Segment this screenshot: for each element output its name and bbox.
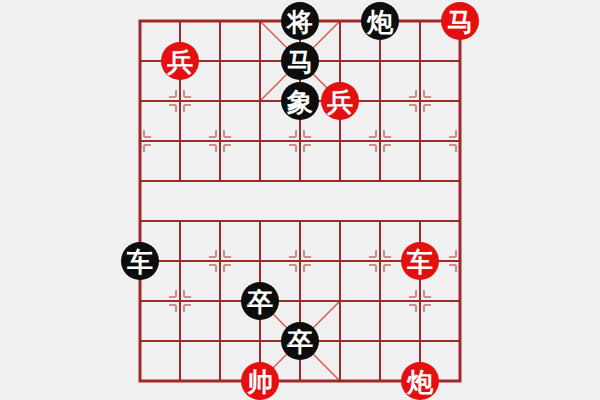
black-general[interactable]: 将 [281, 2, 319, 40]
piece-glyph: 炮 [407, 369, 433, 395]
piece-glyph: 象 [287, 89, 313, 115]
black-soldier[interactable]: 卒 [241, 282, 279, 320]
black-horse[interactable]: 马 [281, 42, 319, 80]
red-soldier[interactable]: 兵 [321, 82, 359, 120]
pieces-layer: 将炮马兵马象兵车车卒卒帅炮 [0, 0, 600, 400]
piece-glyph: 卒 [287, 329, 313, 355]
piece-glyph: 炮 [367, 9, 393, 35]
xiangqi-app: 将炮马兵马象兵车车卒卒帅炮 [0, 0, 600, 400]
black-elephant[interactable]: 象 [281, 82, 319, 120]
red-cannon[interactable]: 炮 [401, 362, 439, 400]
red-soldier[interactable]: 兵 [161, 42, 199, 80]
piece-glyph: 马 [287, 49, 313, 75]
piece-glyph: 卒 [247, 289, 273, 315]
piece-glyph: 车 [407, 249, 433, 275]
piece-glyph: 帅 [247, 369, 273, 395]
black-chariot[interactable]: 车 [121, 242, 159, 280]
piece-glyph: 马 [447, 9, 473, 35]
piece-glyph: 兵 [167, 49, 193, 75]
red-general[interactable]: 帅 [241, 362, 279, 400]
piece-glyph: 兵 [327, 89, 353, 115]
red-horse[interactable]: 马 [441, 2, 479, 40]
piece-glyph: 车 [127, 249, 153, 275]
red-chariot[interactable]: 车 [401, 242, 439, 280]
black-soldier[interactable]: 卒 [281, 322, 319, 360]
black-cannon[interactable]: 炮 [361, 2, 399, 40]
piece-glyph: 将 [287, 9, 313, 35]
